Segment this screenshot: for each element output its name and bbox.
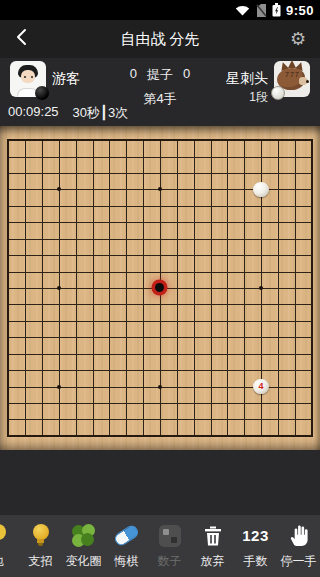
back-button[interactable] [0,20,44,58]
board-intersection[interactable] [303,329,320,345]
board-intersection[interactable] [152,395,169,411]
board-intersection[interactable] [168,198,185,214]
board-intersection[interactable] [236,428,253,444]
board-intersection[interactable] [34,263,51,279]
board-intersection[interactable] [51,395,68,411]
board-intersection[interactable] [101,148,118,164]
board-intersection[interactable] [185,132,202,148]
board-intersection[interactable] [253,263,270,279]
board-intersection[interactable] [168,362,185,378]
board-intersection[interactable] [51,214,68,230]
board-intersection[interactable] [0,395,17,411]
board-intersection[interactable] [185,181,202,197]
board-intersection[interactable] [152,329,169,345]
board-intersection[interactable] [185,411,202,427]
board-intersection[interactable] [286,362,303,378]
board-intersection[interactable] [152,263,169,279]
board-intersection[interactable] [219,132,236,148]
board-intersection[interactable] [269,378,286,394]
board-intersection[interactable] [269,132,286,148]
board-intersection[interactable] [0,428,17,444]
board-intersection[interactable] [34,247,51,263]
board-intersection[interactable] [236,296,253,312]
board-intersection[interactable] [303,231,320,247]
board-intersection[interactable] [269,329,286,345]
toolbar-territory-button[interactable]: 地 [0,523,19,570]
board-intersection[interactable] [253,165,270,181]
board-intersection[interactable] [34,198,51,214]
board-intersection[interactable] [101,165,118,181]
board-intersection[interactable] [84,132,101,148]
board-intersection[interactable] [17,345,34,361]
board-intersection[interactable] [101,329,118,345]
board-intersection[interactable] [67,428,84,444]
board-intersection[interactable] [303,378,320,394]
board-intersection[interactable] [84,329,101,345]
board-intersection[interactable] [168,165,185,181]
board-intersection[interactable] [202,231,219,247]
board-intersection[interactable] [135,165,152,181]
board-intersection[interactable] [152,428,169,444]
board-intersection[interactable] [67,395,84,411]
board-intersection[interactable] [0,280,17,296]
board-intersection[interactable] [185,395,202,411]
board-intersection[interactable] [17,296,34,312]
board-intersection[interactable] [219,247,236,263]
board-intersection[interactable] [253,411,270,427]
board-intersection[interactable] [118,132,135,148]
board-intersection[interactable] [0,198,17,214]
board-intersection[interactable] [253,345,270,361]
board-intersection[interactable] [253,329,270,345]
board-intersection[interactable] [17,148,34,164]
board-intersection[interactable] [135,362,152,378]
board-intersection[interactable] [286,280,303,296]
board-intersection[interactable] [101,198,118,214]
board-intersection[interactable] [51,148,68,164]
board-intersection[interactable] [269,280,286,296]
board-intersection[interactable] [269,231,286,247]
board-intersection[interactable] [67,247,84,263]
board-intersection[interactable] [17,411,34,427]
board-intersection[interactable] [51,263,68,279]
board-intersection[interactable] [51,378,68,394]
board-intersection[interactable] [0,411,17,427]
board-intersection[interactable] [152,181,169,197]
board-intersection[interactable] [0,181,17,197]
board-intersection[interactable] [0,148,17,164]
board-intersection[interactable] [219,231,236,247]
board-intersection[interactable] [0,345,17,361]
board-intersection[interactable] [34,329,51,345]
board-intersection[interactable] [17,181,34,197]
board-intersection[interactable] [185,428,202,444]
board-intersection[interactable] [168,247,185,263]
board-intersection[interactable] [269,148,286,164]
board-intersection[interactable] [269,362,286,378]
board-intersection[interactable] [168,428,185,444]
board-intersection[interactable] [67,329,84,345]
board-intersection[interactable] [67,362,84,378]
board-intersection[interactable] [185,362,202,378]
board-intersection[interactable] [101,296,118,312]
board-intersection[interactable] [185,296,202,312]
board-intersection[interactable] [253,296,270,312]
board-intersection[interactable] [219,329,236,345]
board-intersection[interactable] [84,395,101,411]
go-board[interactable]: 4 [0,126,320,450]
board-intersection[interactable] [303,198,320,214]
board-intersection[interactable] [84,247,101,263]
board-intersection[interactable] [51,198,68,214]
board-intersection[interactable] [84,181,101,197]
board-intersection[interactable] [152,148,169,164]
board-intersection[interactable] [286,132,303,148]
board-intersection[interactable] [152,362,169,378]
board-intersection[interactable] [269,395,286,411]
board-intersection[interactable] [34,165,51,181]
board-intersection[interactable] [118,296,135,312]
board-intersection[interactable] [236,132,253,148]
board-intersection[interactable] [51,329,68,345]
board-intersection[interactable] [67,214,84,230]
board-intersection[interactable] [84,148,101,164]
board-intersection[interactable] [168,132,185,148]
board-intersection[interactable] [202,198,219,214]
board-intersection[interactable] [118,231,135,247]
board-intersection[interactable] [17,231,34,247]
board-intersection[interactable] [118,247,135,263]
board-intersection[interactable] [286,395,303,411]
board-intersection[interactable] [135,198,152,214]
board-intersection[interactable] [303,395,320,411]
board-intersection[interactable] [202,132,219,148]
board-intersection[interactable] [51,296,68,312]
board-intersection[interactable] [118,313,135,329]
board-intersection[interactable] [118,263,135,279]
board-intersection[interactable] [67,263,84,279]
board-intersection[interactable] [202,165,219,181]
board-intersection[interactable] [303,263,320,279]
board-intersection[interactable] [286,231,303,247]
board-intersection[interactable] [51,345,68,361]
board-intersection[interactable] [185,165,202,181]
board-intersection[interactable] [51,428,68,444]
board-intersection[interactable] [84,428,101,444]
board-intersection[interactable] [135,214,152,230]
board-intersection[interactable] [152,132,169,148]
board-intersection[interactable] [118,181,135,197]
board-intersection[interactable] [202,395,219,411]
board-intersection[interactable] [17,263,34,279]
board-intersection[interactable] [202,247,219,263]
settings-button[interactable]: ⚙ [276,20,320,58]
board-intersection[interactable] [202,428,219,444]
board-intersection[interactable] [101,378,118,394]
board-intersection[interactable] [152,378,169,394]
board-intersection[interactable]: 4 [253,378,270,394]
board-intersection[interactable] [0,247,17,263]
board-intersection[interactable] [253,313,270,329]
board-intersection[interactable] [185,247,202,263]
board-intersection[interactable] [84,411,101,427]
board-intersection[interactable] [236,280,253,296]
board-intersection[interactable] [118,198,135,214]
board-intersection[interactable] [168,411,185,427]
board-intersection[interactable] [202,345,219,361]
board-intersection[interactable] [168,313,185,329]
board-intersection[interactable] [67,280,84,296]
board-intersection[interactable] [303,296,320,312]
board-intersection[interactable] [34,231,51,247]
board-intersection[interactable] [236,198,253,214]
board-intersection[interactable] [101,247,118,263]
board-intersection[interactable] [0,378,17,394]
board-intersection[interactable] [135,313,152,329]
toolbar-undo-button[interactable]: 悔棋 [105,523,148,570]
board-intersection[interactable] [67,148,84,164]
board-intersection[interactable] [286,165,303,181]
board-intersection[interactable] [286,148,303,164]
board-intersection[interactable] [17,247,34,263]
board-intersection[interactable] [236,165,253,181]
board-intersection[interactable] [51,231,68,247]
board-intersection[interactable] [168,329,185,345]
board-intersection[interactable] [152,411,169,427]
board-intersection[interactable] [0,132,17,148]
board-intersection[interactable] [269,263,286,279]
board-intersection[interactable] [253,214,270,230]
board-intersection[interactable] [168,296,185,312]
board-intersection[interactable] [219,280,236,296]
board-intersection[interactable] [101,280,118,296]
board-intersection[interactable] [219,313,236,329]
board-intersection[interactable] [67,181,84,197]
board-intersection[interactable] [219,263,236,279]
board-intersection[interactable] [34,181,51,197]
board-intersection[interactable] [286,198,303,214]
board-intersection[interactable] [84,214,101,230]
board-intersection[interactable] [51,411,68,427]
board-intersection[interactable] [168,263,185,279]
board-intersection[interactable] [84,362,101,378]
board-intersection[interactable] [51,247,68,263]
board-intersection[interactable] [51,132,68,148]
board-intersection[interactable] [67,165,84,181]
board-intersection[interactable] [0,214,17,230]
board-intersection[interactable] [286,181,303,197]
board-intersection[interactable] [269,198,286,214]
board-intersection[interactable] [236,263,253,279]
board-intersection[interactable] [286,313,303,329]
board-intersection[interactable] [67,313,84,329]
board-intersection[interactable] [303,148,320,164]
board-intersection[interactable] [168,395,185,411]
board-intersection[interactable] [219,395,236,411]
board-intersection[interactable] [185,378,202,394]
board-intersection[interactable] [303,428,320,444]
board-intersection[interactable] [269,313,286,329]
board-intersection[interactable] [51,280,68,296]
board-intersection[interactable] [219,165,236,181]
board-intersection[interactable] [101,395,118,411]
board-intersection[interactable] [269,411,286,427]
board-intersection[interactable] [34,395,51,411]
board-intersection[interactable] [185,214,202,230]
board-intersection[interactable] [135,329,152,345]
board-intersection[interactable] [185,329,202,345]
board-intersection[interactable] [303,247,320,263]
board-intersection[interactable] [303,280,320,296]
board-intersection[interactable] [135,132,152,148]
board-intersection[interactable] [17,313,34,329]
board-intersection[interactable] [219,345,236,361]
board-intersection[interactable] [67,411,84,427]
board-intersection[interactable] [185,231,202,247]
board-intersection[interactable] [118,329,135,345]
board-intersection[interactable] [185,263,202,279]
board-intersection[interactable] [51,362,68,378]
board-intersection[interactable] [269,345,286,361]
board-intersection[interactable] [253,198,270,214]
board-intersection[interactable] [34,345,51,361]
board-intersection[interactable] [236,345,253,361]
board-intersection[interactable] [168,280,185,296]
board-intersection[interactable] [168,148,185,164]
board-intersection[interactable] [185,345,202,361]
board-intersection[interactable] [84,263,101,279]
board-intersection[interactable] [253,428,270,444]
board-intersection[interactable] [118,395,135,411]
board-intersection[interactable] [219,214,236,230]
board-intersection[interactable] [101,362,118,378]
board-intersection[interactable] [236,395,253,411]
board-intersection[interactable] [152,198,169,214]
board-intersection[interactable] [269,247,286,263]
board-intersection[interactable] [67,378,84,394]
board-intersection[interactable] [17,214,34,230]
board-intersection[interactable] [303,214,320,230]
board-intersection[interactable] [236,313,253,329]
board-intersection[interactable] [219,428,236,444]
board-intersection[interactable] [84,313,101,329]
board-intersection[interactable] [219,181,236,197]
board-intersection[interactable] [202,329,219,345]
board-intersection[interactable] [34,428,51,444]
board-intersection[interactable] [303,362,320,378]
board-intersection[interactable] [269,181,286,197]
board-intersection[interactable] [168,231,185,247]
board-intersection[interactable] [202,148,219,164]
board-intersection[interactable] [17,395,34,411]
toolbar-resign-button[interactable]: 放弃 [191,523,234,570]
board-intersection[interactable] [67,345,84,361]
board-intersection[interactable] [17,362,34,378]
board-intersection[interactable] [152,231,169,247]
board-intersection[interactable] [303,345,320,361]
board-intersection[interactable] [219,378,236,394]
board-intersection[interactable] [34,296,51,312]
board-intersection[interactable] [253,395,270,411]
board-intersection[interactable] [135,296,152,312]
board-intersection[interactable] [202,280,219,296]
board-intersection[interactable] [118,280,135,296]
board-intersection[interactable] [219,362,236,378]
board-intersection[interactable] [286,247,303,263]
board-intersection[interactable] [152,280,169,296]
board-intersection[interactable] [67,132,84,148]
board-intersection[interactable] [101,313,118,329]
board-intersection[interactable] [0,165,17,181]
board-intersection[interactable] [219,296,236,312]
board-intersection[interactable] [135,280,152,296]
board-intersection[interactable] [219,411,236,427]
board-intersection[interactable] [34,362,51,378]
board-intersection[interactable] [118,411,135,427]
board-intersection[interactable] [253,181,270,197]
board-intersection[interactable] [135,395,152,411]
board-intersection[interactable] [168,378,185,394]
board-intersection[interactable] [34,280,51,296]
board-intersection[interactable] [236,329,253,345]
board-intersection[interactable] [236,362,253,378]
board-intersection[interactable] [303,181,320,197]
board-intersection[interactable] [236,231,253,247]
board-intersection[interactable] [0,329,17,345]
board-intersection[interactable] [0,263,17,279]
board-intersection[interactable] [135,428,152,444]
board-intersection[interactable] [286,296,303,312]
board-intersection[interactable] [101,132,118,148]
board-intersection[interactable] [101,428,118,444]
board-intersection[interactable] [135,148,152,164]
board-intersection[interactable] [303,132,320,148]
board-intersection[interactable] [118,362,135,378]
board-intersection[interactable] [51,181,68,197]
board-intersection[interactable] [253,231,270,247]
board-intersection[interactable] [0,313,17,329]
board-intersection[interactable] [168,181,185,197]
board-intersection[interactable] [118,214,135,230]
board-intersection[interactable] [51,165,68,181]
board-intersection[interactable] [135,345,152,361]
black-player-avatar[interactable] [10,61,46,97]
board-intersection[interactable] [269,428,286,444]
board-intersection[interactable] [101,231,118,247]
board-intersection[interactable] [118,378,135,394]
board-intersection[interactable] [67,198,84,214]
board-intersection[interactable] [0,296,17,312]
board-intersection[interactable] [286,378,303,394]
board-intersection[interactable] [135,247,152,263]
board-intersection[interactable] [253,132,270,148]
board-intersection[interactable] [101,411,118,427]
board-intersection[interactable] [202,296,219,312]
board-intersection[interactable] [135,378,152,394]
board-intersection[interactable] [253,280,270,296]
board-intersection[interactable] [219,198,236,214]
board-intersection[interactable] [0,362,17,378]
board-intersection[interactable] [34,411,51,427]
board-intersection[interactable] [269,165,286,181]
board-intersection[interactable] [219,148,236,164]
board-intersection[interactable] [118,345,135,361]
board-intersection[interactable] [202,362,219,378]
board-intersection[interactable] [236,378,253,394]
board-intersection[interactable] [135,263,152,279]
board-intersection[interactable] [17,378,34,394]
board-intersection[interactable] [168,345,185,361]
